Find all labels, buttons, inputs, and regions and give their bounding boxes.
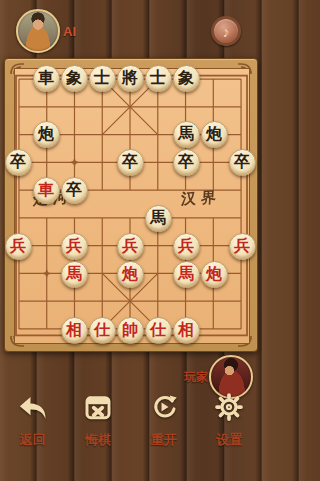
piece-black-卒[interactable]: 卒	[229, 149, 256, 176]
settings-button[interactable]: 设置	[200, 388, 258, 449]
piece-red-炮[interactable]: 炮	[201, 261, 228, 288]
back-button-label: 返回	[20, 431, 46, 449]
piece-red-兵[interactable]: 兵	[229, 233, 256, 260]
piece-red-兵[interactable]: 兵	[117, 233, 144, 260]
piece-black-士[interactable]: 士	[89, 65, 116, 92]
undo-move-button-label: 悔棋	[85, 431, 111, 449]
piece-black-馬[interactable]: 馬	[145, 205, 172, 232]
bottom-toolbar: 返回 悔棋 重开	[0, 388, 262, 463]
piece-red-相[interactable]: 相	[173, 317, 200, 344]
piece-red-車[interactable]: 車	[33, 177, 60, 204]
piece-black-士[interactable]: 士	[145, 65, 172, 92]
piece-black-馬[interactable]: 馬	[173, 121, 200, 148]
undo-move-button[interactable]: 悔棋	[69, 388, 127, 449]
settings-button-label: 设置	[216, 431, 242, 449]
piece-black-象[interactable]: 象	[173, 65, 200, 92]
piece-red-相[interactable]: 相	[61, 317, 88, 344]
piece-black-象[interactable]: 象	[61, 65, 88, 92]
opponent-name-label: AI	[63, 24, 76, 39]
piece-red-馬[interactable]: 馬	[61, 261, 88, 288]
restart-icon	[148, 388, 180, 426]
xiangqi-board[interactable]: 楚河 汉界 車象士將士象炮馬炮卒卒卒卒卒馬車兵兵兵兵兵馬炮馬炮相仕帥仕相	[4, 58, 258, 352]
restart-button[interactable]: 重开	[135, 388, 193, 449]
player-name-label: 玩家	[184, 369, 208, 386]
piece-black-卒[interactable]: 卒	[173, 149, 200, 176]
piece-red-仕[interactable]: 仕	[89, 317, 116, 344]
pieces-layer: 車象士將士象炮馬炮卒卒卒卒卒馬車兵兵兵兵兵馬炮馬炮相仕帥仕相	[4, 64, 256, 344]
piece-black-車[interactable]: 車	[33, 65, 60, 92]
piece-black-卒[interactable]: 卒	[61, 177, 88, 204]
piece-red-炮[interactable]: 炮	[117, 261, 144, 288]
piece-red-兵[interactable]: 兵	[5, 233, 32, 260]
piece-black-卒[interactable]: 卒	[117, 149, 144, 176]
undo-move-icon	[82, 388, 114, 426]
piece-black-炮[interactable]: 炮	[201, 121, 228, 148]
restart-button-label: 重开	[151, 431, 177, 449]
piece-red-仕[interactable]: 仕	[145, 317, 172, 344]
piece-black-將[interactable]: 將	[117, 65, 144, 92]
gear-icon	[213, 388, 245, 426]
back-arrow-icon	[16, 388, 50, 426]
music-note-icon: ♪	[221, 23, 231, 39]
piece-red-兵[interactable]: 兵	[61, 233, 88, 260]
piece-red-馬[interactable]: 馬	[173, 261, 200, 288]
piece-red-兵[interactable]: 兵	[173, 233, 200, 260]
piece-red-帥[interactable]: 帥	[117, 317, 144, 344]
opponent-avatar	[16, 9, 60, 53]
piece-black-卒[interactable]: 卒	[5, 149, 32, 176]
back-button[interactable]: 返回	[4, 388, 62, 449]
piece-black-炮[interactable]: 炮	[33, 121, 60, 148]
music-toggle-button[interactable]: ♪	[211, 16, 241, 46]
